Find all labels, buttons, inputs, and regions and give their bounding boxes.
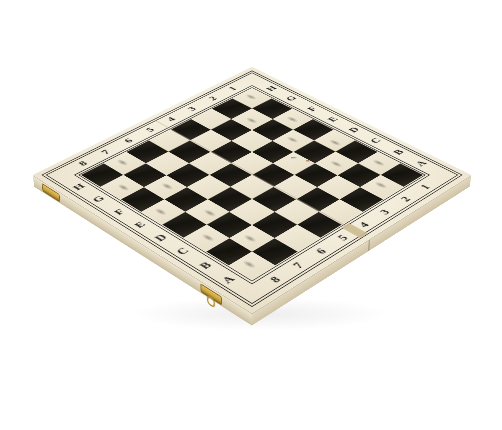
chess-board-scene: ♜♞♝♚♛♝♞♜♟♟♟♟♟♟♟♟♟♟♟♟♟♟♟♟♜♞♝♚♛♝♞♜ 11HH22G…: [0, 0, 502, 430]
board-top-face: ♜♞♝♚♛♝♞♜♟♟♟♟♟♟♟♟♟♟♟♟♟♟♟♟♜♞♝♚♛♝♞♜ 11HH22G…: [33, 67, 471, 313]
piece-white-rook[interactable]: ♜: [225, 213, 273, 266]
letter-die: K: [255, 140, 267, 152]
letter-die: E: [270, 143, 282, 155]
squares-grid: ♜♞♝♚♛♝♞♜♟♟♟♟♟♟♟♟♟♟♟♟♟♟♟♟♜♞♝♚♛♝♞♜: [81, 88, 423, 279]
product-photo-stage: ♜♞♝♚♛♝♞♜♟♟♟♟♟♟♟♟♟♟♟♟♟♟♟♟♜♞♝♚♛♝♞♜ 11HH22G…: [0, 0, 502, 430]
chess-board: ♜♞♝♚♛♝♞♜♟♟♟♟♟♟♟♟♟♟♟♟♟♟♟♟♜♞♝♚♛♝♞♜ 11HH22G…: [33, 67, 471, 313]
side-fold-seam: [368, 240, 370, 252]
letter-die: A: [285, 146, 297, 158]
piece-black-pawn[interactable]: ♟: [362, 146, 399, 187]
